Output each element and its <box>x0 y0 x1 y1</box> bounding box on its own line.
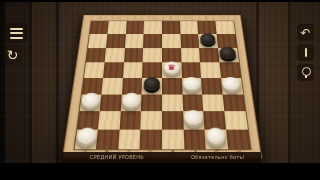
square-h5[interactable] <box>219 63 240 78</box>
square-d5[interactable] <box>142 63 162 78</box>
square-h3[interactable] <box>222 94 244 111</box>
capture-alert-label: Обязательно бить! <box>190 154 244 160</box>
square-f7[interactable] <box>180 34 199 48</box>
square-g2[interactable] <box>203 111 226 129</box>
square-b4[interactable] <box>101 78 122 94</box>
black-man-g7[interactable] <box>199 33 215 45</box>
square-a5[interactable] <box>83 63 104 78</box>
black-man-h6[interactable] <box>219 47 236 59</box>
hint-button[interactable] <box>297 64 314 81</box>
square-a6[interactable] <box>85 48 106 63</box>
square-f5[interactable] <box>181 63 201 78</box>
square-b6[interactable] <box>104 48 124 63</box>
square-d4[interactable] <box>141 78 161 94</box>
file-label: E <box>167 17 174 19</box>
file-label: A <box>96 17 103 19</box>
square-g5[interactable] <box>200 63 221 78</box>
square-f2[interactable] <box>182 111 204 129</box>
square-a4[interactable] <box>81 78 103 94</box>
undo-icon: ↶ <box>300 27 310 39</box>
white-man-c3[interactable] <box>122 93 140 107</box>
square-d7[interactable] <box>143 34 162 48</box>
restart-icon: ↻ <box>7 48 19 62</box>
info-icon <box>305 48 307 57</box>
file-labels-top: ABCDEFGH <box>91 16 233 20</box>
square-h6[interactable] <box>217 48 238 63</box>
square-b2[interactable] <box>97 111 120 129</box>
checkers-board: ABCDEFGH ♛ ABCDEFGH <box>60 14 263 159</box>
app-screen: ABCDEFGH ♛ ABCDEFGH СРЕДНИЙ УРОВЕНЬ Обяз… <box>0 0 320 180</box>
square-c4[interactable] <box>121 78 142 94</box>
square-c2[interactable] <box>119 111 141 129</box>
square-c6[interactable] <box>123 48 143 63</box>
square-g7[interactable] <box>198 34 218 48</box>
square-h8[interactable] <box>215 21 234 34</box>
square-g6[interactable] <box>199 48 219 63</box>
square-f8[interactable] <box>179 21 198 34</box>
square-g8[interactable] <box>197 21 216 34</box>
square-d3[interactable] <box>141 94 162 111</box>
white-king-e5[interactable]: ♛ <box>163 62 179 75</box>
right-toolbar: ↶ <box>297 24 314 81</box>
black-man-d4[interactable] <box>143 77 160 91</box>
info-button[interactable] <box>297 44 314 61</box>
square-b3[interactable] <box>99 94 121 111</box>
square-c5[interactable] <box>122 63 142 78</box>
square-a8[interactable] <box>89 21 108 34</box>
file-label: C <box>131 17 138 19</box>
square-a2[interactable] <box>76 111 99 129</box>
file-label: D <box>149 17 156 19</box>
square-h2[interactable] <box>224 111 247 129</box>
square-a1[interactable] <box>74 130 98 149</box>
file-label: B <box>114 17 121 19</box>
square-e7[interactable] <box>162 34 181 48</box>
square-e2[interactable] <box>162 111 183 129</box>
square-d1[interactable] <box>140 130 162 149</box>
square-a7[interactable] <box>87 34 107 48</box>
board-squares: ♛ <box>74 21 250 149</box>
square-e4[interactable] <box>162 78 182 94</box>
menu-icon <box>10 28 23 30</box>
difficulty-label: СРЕДНИЙ УРОВЕНЬ <box>90 154 144 160</box>
square-b1[interactable] <box>96 130 119 149</box>
square-a3[interactable] <box>79 94 101 111</box>
square-d6[interactable] <box>142 48 161 63</box>
square-f4[interactable] <box>181 78 202 94</box>
letterbox-bottom <box>0 163 320 180</box>
white-man-h4[interactable] <box>222 77 240 91</box>
file-label: F <box>184 17 191 19</box>
square-c8[interactable] <box>125 21 144 34</box>
square-c1[interactable] <box>118 130 141 149</box>
letterbox-top <box>0 0 320 2</box>
undo-button[interactable]: ↶ <box>297 24 314 41</box>
square-b5[interactable] <box>103 63 124 78</box>
white-man-a1[interactable] <box>76 128 96 144</box>
file-label: H <box>220 17 227 19</box>
square-d8[interactable] <box>143 21 161 34</box>
square-b8[interactable] <box>107 21 126 34</box>
king-crown-icon: ♛ <box>163 62 179 75</box>
file-label: G <box>202 17 209 19</box>
square-e5[interactable]: ♛ <box>162 63 182 78</box>
menu-button[interactable] <box>5 23 27 43</box>
square-e3[interactable] <box>162 94 183 111</box>
status-bar: СРЕДНИЙ УРОВЕНЬ Обязательно бить! <box>61 152 261 163</box>
white-man-g1[interactable] <box>206 128 225 144</box>
square-f1[interactable] <box>183 130 206 149</box>
square-g3[interactable] <box>202 94 224 111</box>
restart-button[interactable]: ↻ <box>3 45 22 64</box>
square-f6[interactable] <box>180 48 200 63</box>
square-h4[interactable] <box>220 78 242 94</box>
square-f3[interactable] <box>182 94 203 111</box>
white-man-f4[interactable] <box>183 77 200 91</box>
square-c3[interactable] <box>120 94 141 111</box>
square-h1[interactable] <box>226 130 250 149</box>
hint-icon <box>302 67 310 78</box>
square-b7[interactable] <box>106 34 126 48</box>
white-man-f2[interactable] <box>184 110 202 125</box>
square-c7[interactable] <box>124 34 143 48</box>
square-g4[interactable] <box>201 78 222 94</box>
square-e1[interactable] <box>162 130 184 149</box>
square-g1[interactable] <box>204 130 227 149</box>
white-man-a3[interactable] <box>81 93 100 107</box>
square-e8[interactable] <box>162 21 180 34</box>
square-d2[interactable] <box>140 111 161 129</box>
